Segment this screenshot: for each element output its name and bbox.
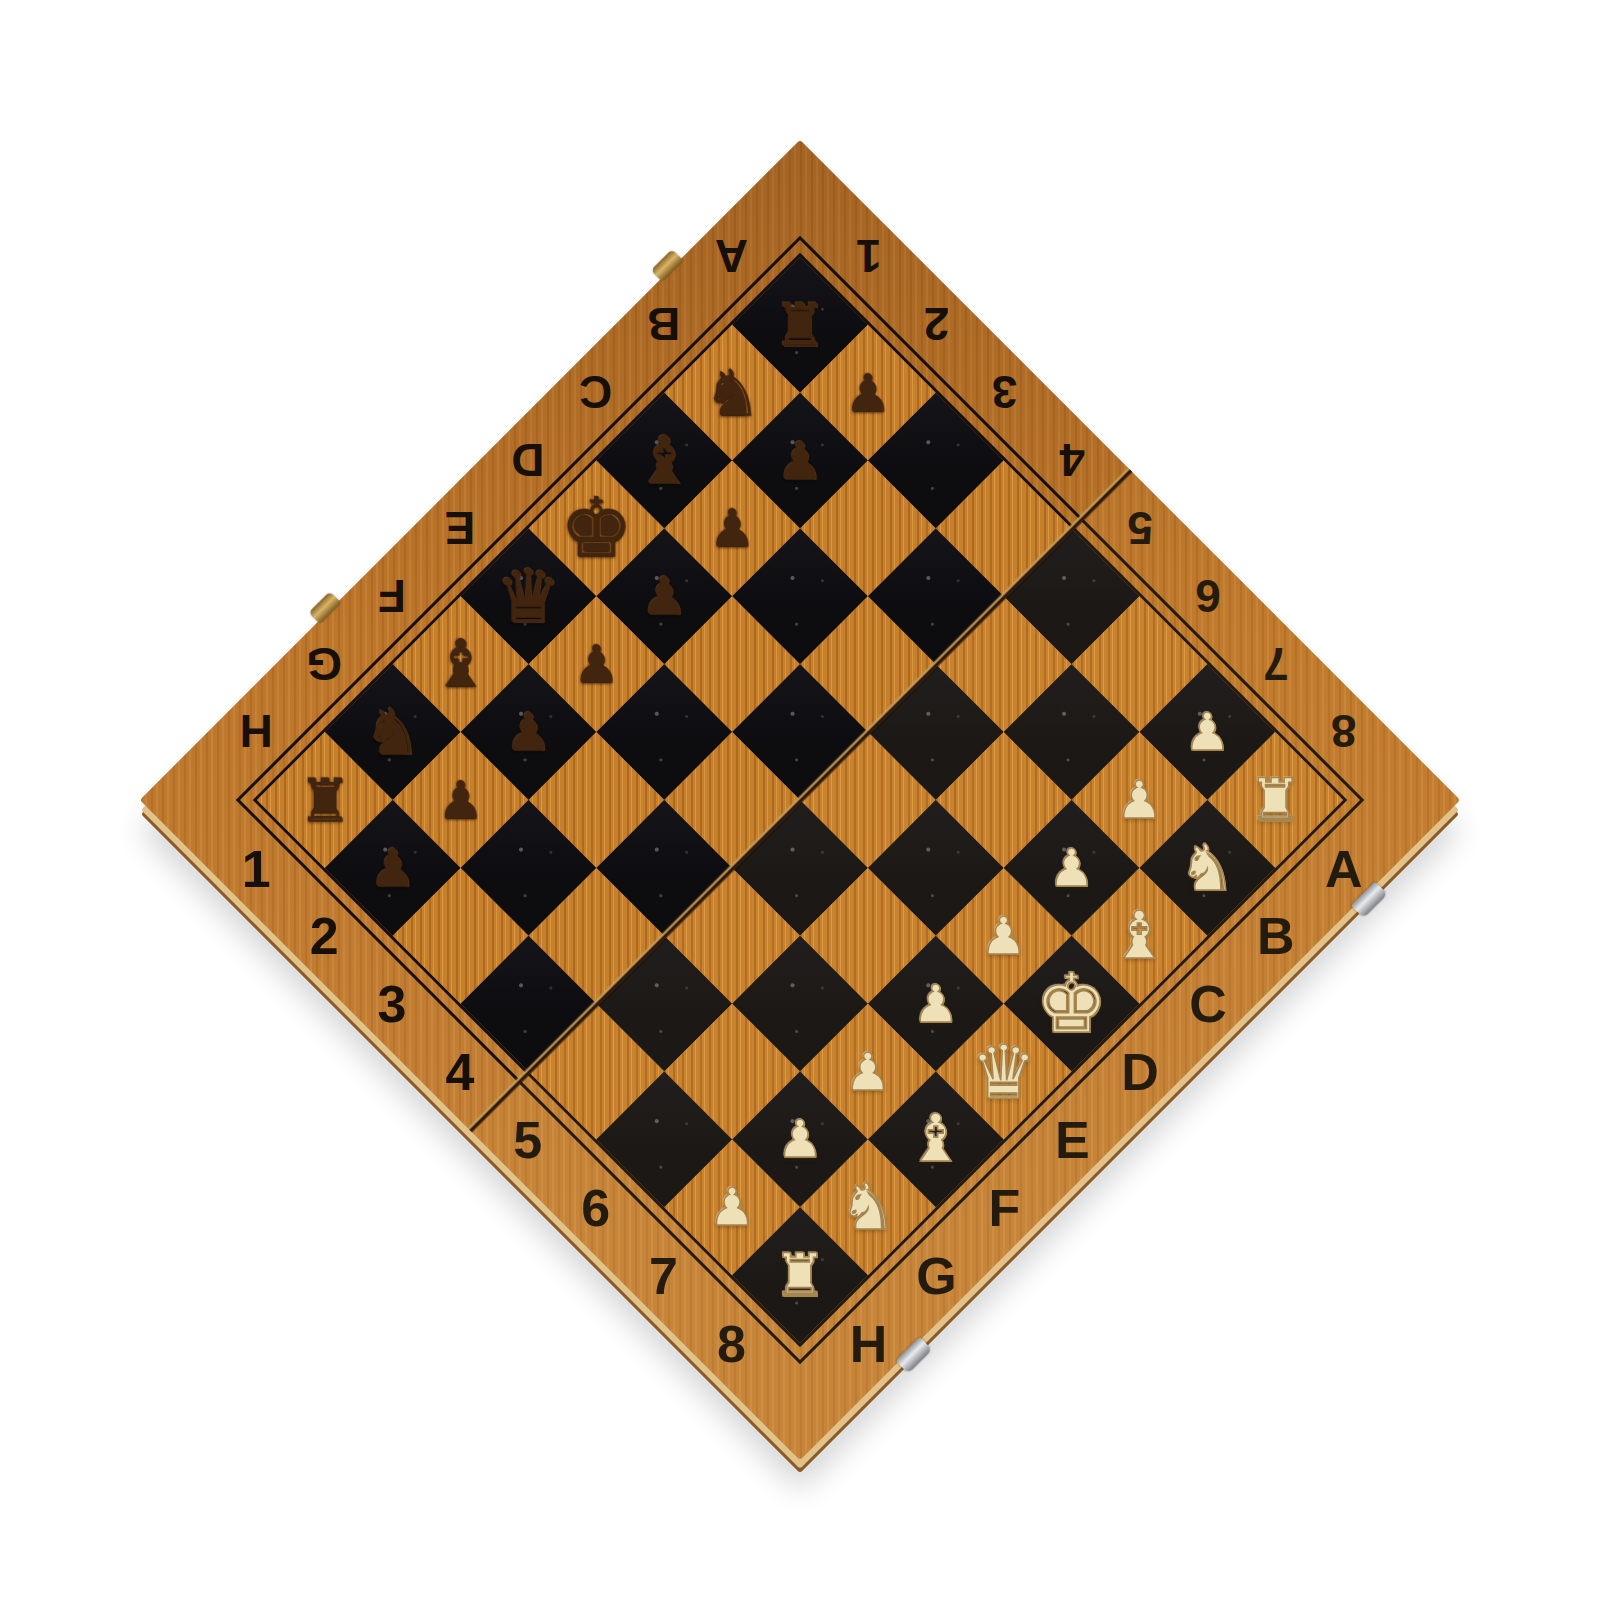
chess-board: 12345678 12345678 ABCDEFGH ABCDEFGH ♜♟♟♜… bbox=[140, 140, 1461, 1461]
product-photo-scene: 12345678 12345678 ABCDEFGH ABCDEFGH ♜♟♟♜… bbox=[0, 0, 1600, 1600]
piece-brown-pawn-h2[interactable]: ♟ bbox=[345, 820, 441, 916]
square-h2[interactable]: ♟ bbox=[325, 800, 461, 936]
board-rotator: 12345678 12345678 ABCDEFGH ABCDEFGH ♜♟♟♜… bbox=[140, 140, 1461, 1461]
